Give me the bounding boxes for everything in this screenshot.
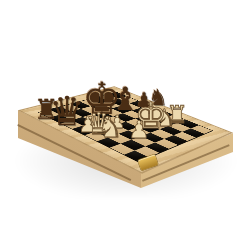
board-perspective	[41, 37, 209, 205]
board-grid	[39, 92, 212, 161]
board-perspective-wrap	[41, 37, 209, 205]
chess-set-product-photo: ♞♟♝♚♜♜♛♞♟♚♟♛♞♟	[0, 0, 250, 250]
